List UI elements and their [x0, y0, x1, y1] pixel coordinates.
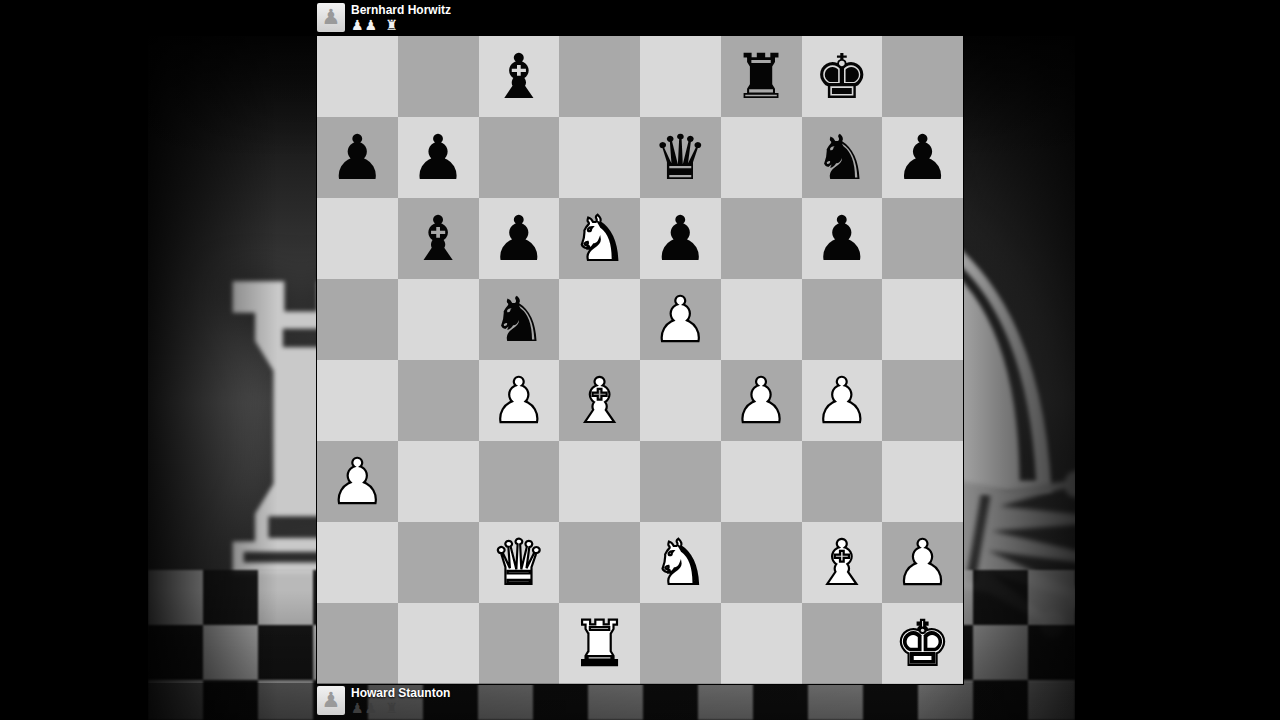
square-b1[interactable]	[398, 603, 479, 684]
square-b5[interactable]	[398, 279, 479, 360]
white-pawn-e5: ♟	[653, 289, 709, 351]
square-h3[interactable]	[882, 441, 963, 522]
avatar-pawn-icon: ♟	[322, 7, 341, 28]
square-c3[interactable]	[479, 441, 560, 522]
square-h8[interactable]	[882, 36, 963, 117]
white-queen-c2: ♛	[491, 532, 547, 594]
captured-black-pawn-icon: ♟	[351, 700, 365, 716]
square-e8[interactable]	[640, 36, 721, 117]
square-a7[interactable]: ♟	[317, 117, 398, 198]
square-h7[interactable]: ♟	[882, 117, 963, 198]
square-b6[interactable]: ♝	[398, 198, 479, 279]
black-pawn-b7: ♟	[410, 127, 466, 189]
square-h1[interactable]: ♚	[882, 603, 963, 684]
square-e3[interactable]	[640, 441, 721, 522]
square-b2[interactable]	[398, 522, 479, 603]
square-d5[interactable]	[559, 279, 640, 360]
square-e2[interactable]: ♞	[640, 522, 721, 603]
square-a1[interactable]	[317, 603, 398, 684]
black-king-g8: ♚	[814, 46, 870, 108]
square-g4[interactable]: ♟	[802, 360, 883, 441]
square-g2[interactable]: ♝	[802, 522, 883, 603]
square-b7[interactable]: ♟	[398, 117, 479, 198]
square-d6[interactable]: ♞	[559, 198, 640, 279]
square-f3[interactable]	[721, 441, 802, 522]
square-f6[interactable]	[721, 198, 802, 279]
black-pawn-e6: ♟	[653, 208, 709, 270]
square-f2[interactable]	[721, 522, 802, 603]
black-bishop-b6: ♝	[410, 208, 466, 270]
square-c7[interactable]	[479, 117, 560, 198]
captured-white-pawn-icon: ♟	[365, 17, 379, 33]
square-e4[interactable]	[640, 360, 721, 441]
square-g6[interactable]: ♟	[802, 198, 883, 279]
square-g3[interactable]	[802, 441, 883, 522]
black-knight-c5: ♞	[491, 289, 547, 351]
square-d4[interactable]: ♝	[559, 360, 640, 441]
white-king-h1: ♚	[895, 613, 951, 675]
square-h5[interactable]	[882, 279, 963, 360]
captured-white-pawn-icon: ♟	[351, 17, 365, 33]
white-pawn-h2: ♟	[895, 532, 951, 594]
square-f4[interactable]: ♟	[721, 360, 802, 441]
square-a3[interactable]: ♟	[317, 441, 398, 522]
square-d8[interactable]	[559, 36, 640, 117]
white-pawn-c4: ♟	[491, 370, 547, 432]
bottom-player-avatar: ♟	[317, 686, 345, 715]
white-pawn-a3: ♟	[330, 451, 386, 513]
square-a5[interactable]	[317, 279, 398, 360]
square-b8[interactable]	[398, 36, 479, 117]
square-f8[interactable]: ♜	[721, 36, 802, 117]
square-c8[interactable]: ♝	[479, 36, 560, 117]
square-g7[interactable]: ♞	[802, 117, 883, 198]
captured-white-rook-icon: ♜	[385, 17, 399, 33]
square-h2[interactable]: ♟	[882, 522, 963, 603]
square-f5[interactable]	[721, 279, 802, 360]
white-pawn-f4: ♟	[733, 370, 789, 432]
black-rook-f8: ♜	[733, 46, 789, 108]
square-d1[interactable]: ♜	[559, 603, 640, 684]
captured-black-rook-icon: ♜	[385, 700, 399, 716]
square-d2[interactable]	[559, 522, 640, 603]
black-pawn-h7: ♟	[895, 127, 951, 189]
square-b4[interactable]	[398, 360, 479, 441]
white-bishop-g2: ♝	[814, 532, 870, 594]
white-rook-d1: ♜	[572, 613, 628, 675]
square-c2[interactable]: ♛	[479, 522, 560, 603]
black-pawn-a7: ♟	[330, 127, 386, 189]
top-player-bar: ♟ Bernhard Horwitz ♟♟♜	[0, 0, 1280, 36]
square-c1[interactable]	[479, 603, 560, 684]
square-a2[interactable]	[317, 522, 398, 603]
square-h4[interactable]	[882, 360, 963, 441]
bottom-player-bar: ♟ Howard Staunton ♟♟♜	[0, 683, 1280, 720]
black-pawn-c6: ♟	[491, 208, 547, 270]
black-knight-g7: ♞	[814, 127, 870, 189]
top-player-name: Bernhard Horwitz	[351, 3, 451, 17]
square-a6[interactable]	[317, 198, 398, 279]
square-h6[interactable]	[882, 198, 963, 279]
square-c6[interactable]: ♟	[479, 198, 560, 279]
white-pawn-g4: ♟	[814, 370, 870, 432]
black-bishop-c8: ♝	[491, 46, 547, 108]
square-g1[interactable]	[802, 603, 883, 684]
square-e7[interactable]: ♛	[640, 117, 721, 198]
avatar-pawn-icon: ♟	[322, 690, 341, 711]
black-pawn-g6: ♟	[814, 208, 870, 270]
square-e5[interactable]: ♟	[640, 279, 721, 360]
square-d3[interactable]	[559, 441, 640, 522]
bottom-player-name: Howard Staunton	[351, 686, 450, 700]
white-knight-d6: ♞	[572, 208, 628, 270]
captured-black-pawn-icon: ♟	[365, 700, 379, 716]
square-e1[interactable]	[640, 603, 721, 684]
white-bishop-d4: ♝	[572, 370, 628, 432]
square-g5[interactable]	[802, 279, 883, 360]
square-f1[interactable]	[721, 603, 802, 684]
square-e6[interactable]: ♟	[640, 198, 721, 279]
square-b3[interactable]	[398, 441, 479, 522]
square-g8[interactable]: ♚	[802, 36, 883, 117]
square-c4[interactable]: ♟	[479, 360, 560, 441]
square-d7[interactable]	[559, 117, 640, 198]
square-c5[interactable]: ♞	[479, 279, 560, 360]
white-knight-e2: ♞	[653, 532, 709, 594]
top-player-avatar: ♟	[317, 3, 345, 32]
black-queen-e7: ♛	[653, 127, 709, 189]
square-a8[interactable]	[317, 36, 398, 117]
chess-board: ♝♜♚♟♟♛♞♟♝♟♞♟♟♞♟♟♝♟♟♟♛♞♝♟♜♚	[317, 36, 963, 684]
bottom-captured-tray: ♟♟♜	[351, 700, 399, 716]
square-a4[interactable]	[317, 360, 398, 441]
top-captured-tray: ♟♟♜	[351, 17, 399, 33]
square-f7[interactable]	[721, 117, 802, 198]
